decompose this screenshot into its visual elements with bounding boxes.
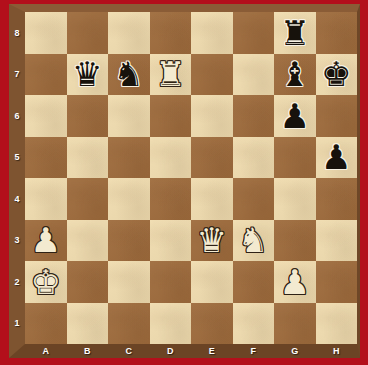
square-b7[interactable]: ♛ — [67, 54, 109, 96]
square-c8[interactable] — [108, 12, 150, 54]
file-label-f: F — [233, 344, 275, 358]
white-pawn[interactable]: ♟ — [31, 223, 61, 257]
square-d6[interactable] — [150, 95, 192, 137]
square-f7[interactable] — [233, 54, 275, 96]
square-h8[interactable] — [316, 12, 358, 54]
rank-labels: 87654321 — [9, 12, 25, 344]
square-h4[interactable] — [316, 178, 358, 220]
square-g5[interactable] — [274, 137, 316, 179]
file-label-b: B — [67, 344, 109, 358]
square-h1[interactable] — [316, 303, 358, 345]
rank-label-7: 7 — [9, 54, 25, 96]
square-e5[interactable] — [191, 137, 233, 179]
square-c4[interactable] — [108, 178, 150, 220]
square-c7[interactable]: ♞ — [108, 54, 150, 96]
square-f5[interactable] — [233, 137, 275, 179]
square-a4[interactable] — [25, 178, 67, 220]
square-g7[interactable]: ♝ — [274, 54, 316, 96]
square-c5[interactable] — [108, 137, 150, 179]
rank-label-1: 1 — [9, 303, 25, 345]
square-e4[interactable] — [191, 178, 233, 220]
black-rook[interactable]: ♜ — [280, 16, 310, 50]
square-a5[interactable] — [25, 137, 67, 179]
file-labels: ABCDEFGH — [25, 344, 357, 358]
file-label-e: E — [191, 344, 233, 358]
square-f1[interactable] — [233, 303, 275, 345]
rank-label-8: 8 — [9, 12, 25, 54]
square-d8[interactable] — [150, 12, 192, 54]
rank-label-6: 6 — [9, 95, 25, 137]
square-e3[interactable]: ♛ — [191, 220, 233, 262]
file-label-h: H — [316, 344, 358, 358]
white-king[interactable]: ♚ — [31, 265, 61, 299]
square-g6[interactable]: ♟ — [274, 95, 316, 137]
black-bishop[interactable]: ♝ — [280, 57, 310, 91]
file-label-g: G — [274, 344, 316, 358]
square-b4[interactable] — [67, 178, 109, 220]
chess-board: ♜♛♞♜♝♚♟♟♟♛♞♚♟ — [25, 12, 357, 344]
square-h7[interactable]: ♚ — [316, 54, 358, 96]
black-king[interactable]: ♚ — [321, 57, 351, 91]
square-c6[interactable] — [108, 95, 150, 137]
square-d2[interactable] — [150, 261, 192, 303]
square-f8[interactable] — [233, 12, 275, 54]
square-a6[interactable] — [25, 95, 67, 137]
chess-board-app: ♜♛♞♜♝♚♟♟♟♛♞♚♟ 87654321 ABCDEFGH — [0, 0, 368, 365]
black-knight[interactable]: ♞ — [114, 57, 144, 91]
square-b3[interactable] — [67, 220, 109, 262]
square-c3[interactable] — [108, 220, 150, 262]
black-pawn[interactable]: ♟ — [321, 140, 351, 174]
square-b8[interactable] — [67, 12, 109, 54]
square-b1[interactable] — [67, 303, 109, 345]
square-b5[interactable] — [67, 137, 109, 179]
rank-label-5: 5 — [9, 137, 25, 179]
rank-label-3: 3 — [9, 220, 25, 262]
square-d4[interactable] — [150, 178, 192, 220]
square-g3[interactable] — [274, 220, 316, 262]
square-d7[interactable]: ♜ — [150, 54, 192, 96]
square-b2[interactable] — [67, 261, 109, 303]
square-a2[interactable]: ♚ — [25, 261, 67, 303]
file-label-d: D — [150, 344, 192, 358]
square-f6[interactable] — [233, 95, 275, 137]
rank-label-2: 2 — [9, 261, 25, 303]
square-a1[interactable] — [25, 303, 67, 345]
square-f4[interactable] — [233, 178, 275, 220]
square-e6[interactable] — [191, 95, 233, 137]
square-h2[interactable] — [316, 261, 358, 303]
square-a3[interactable]: ♟ — [25, 220, 67, 262]
file-label-c: C — [108, 344, 150, 358]
white-pawn[interactable]: ♟ — [280, 265, 310, 299]
square-h3[interactable] — [316, 220, 358, 262]
square-d1[interactable] — [150, 303, 192, 345]
white-queen[interactable]: ♛ — [197, 223, 227, 257]
board-frame: ♜♛♞♜♝♚♟♟♟♛♞♚♟ — [9, 4, 360, 358]
square-a7[interactable] — [25, 54, 67, 96]
square-e7[interactable] — [191, 54, 233, 96]
square-c1[interactable] — [108, 303, 150, 345]
square-h5[interactable]: ♟ — [316, 137, 358, 179]
square-g8[interactable]: ♜ — [274, 12, 316, 54]
black-queen[interactable]: ♛ — [72, 57, 102, 91]
square-c2[interactable] — [108, 261, 150, 303]
rank-label-4: 4 — [9, 178, 25, 220]
square-h6[interactable] — [316, 95, 358, 137]
square-f2[interactable] — [233, 261, 275, 303]
file-label-a: A — [25, 344, 67, 358]
square-e2[interactable] — [191, 261, 233, 303]
square-a8[interactable] — [25, 12, 67, 54]
square-d3[interactable] — [150, 220, 192, 262]
black-pawn[interactable]: ♟ — [280, 99, 310, 133]
white-rook[interactable]: ♜ — [155, 57, 185, 91]
square-e8[interactable] — [191, 12, 233, 54]
square-g1[interactable] — [274, 303, 316, 345]
square-g2[interactable]: ♟ — [274, 261, 316, 303]
white-knight[interactable]: ♞ — [238, 223, 268, 257]
square-f3[interactable]: ♞ — [233, 220, 275, 262]
square-d5[interactable] — [150, 137, 192, 179]
square-b6[interactable] — [67, 95, 109, 137]
square-g4[interactable] — [274, 178, 316, 220]
square-e1[interactable] — [191, 303, 233, 345]
